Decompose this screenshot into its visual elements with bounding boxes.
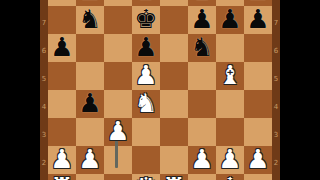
rank-label-right-2: 2 bbox=[272, 149, 280, 177]
rank-label-right-6: 6 bbox=[272, 37, 280, 65]
square-g7[interactable]: ♟ bbox=[216, 6, 244, 34]
square-f3[interactable] bbox=[188, 118, 216, 146]
square-e1[interactable]: ♜ bbox=[160, 174, 188, 180]
square-c5[interactable] bbox=[104, 62, 132, 90]
square-a2[interactable]: ♟ bbox=[48, 146, 76, 174]
square-e4[interactable] bbox=[160, 90, 188, 118]
piece-white-pawn-g2[interactable]: ♟ bbox=[218, 145, 241, 173]
rank-label-right-8: 8 bbox=[272, 0, 280, 9]
square-e3[interactable] bbox=[160, 118, 188, 146]
square-c6[interactable] bbox=[104, 34, 132, 62]
piece-white-pawn-h2[interactable]: ♟ bbox=[246, 145, 269, 173]
square-a6[interactable]: ♟ bbox=[48, 34, 76, 62]
square-d3[interactable] bbox=[132, 118, 160, 146]
letterbox-right bbox=[280, 0, 320, 180]
rank-label-left-5: 5 bbox=[40, 65, 48, 93]
square-g6[interactable] bbox=[216, 34, 244, 62]
square-d1[interactable]: ♛ bbox=[132, 174, 160, 180]
square-b7[interactable]: ♞ bbox=[76, 6, 104, 34]
rank-label-left-4: 4 bbox=[40, 93, 48, 121]
square-b3[interactable] bbox=[76, 118, 104, 146]
piece-white-pawn-a2[interactable]: ♟ bbox=[50, 145, 73, 173]
square-h4[interactable] bbox=[244, 90, 272, 118]
square-g5[interactable]: ♝ bbox=[216, 62, 244, 90]
piece-white-knight-d4[interactable]: ♞ bbox=[134, 89, 157, 117]
piece-black-pawn-a6[interactable]: ♟ bbox=[50, 33, 73, 61]
square-c4[interactable] bbox=[104, 90, 132, 118]
square-d5[interactable]: ♟ bbox=[132, 62, 160, 90]
square-e5[interactable] bbox=[160, 62, 188, 90]
piece-black-pawn-h7[interactable]: ♟ bbox=[246, 5, 269, 33]
piece-black-pawn-d6[interactable]: ♟ bbox=[134, 33, 157, 61]
rank-label-right-7: 7 bbox=[272, 9, 280, 37]
rank-label-left-3: 3 bbox=[40, 121, 48, 149]
rank-label-left-8: 8 bbox=[40, 0, 48, 9]
piece-white-queen-d1[interactable]: ♛ bbox=[134, 173, 157, 180]
rank-label-right-1: 1 bbox=[272, 177, 280, 180]
piece-white-rook-a1[interactable]: ♜ bbox=[50, 173, 73, 180]
square-f2[interactable]: ♟ bbox=[188, 146, 216, 174]
piece-white-bishop-g5[interactable]: ♝ bbox=[218, 61, 241, 89]
square-d2[interactable] bbox=[132, 146, 160, 174]
piece-black-king-d7[interactable]: ♚ bbox=[134, 5, 157, 33]
chess-screenshot: ♜♛♝♜♞♚♟♟♟♟♟♞♟♝♟♞♟♟♟♟♟♟♜♛♜♚ 8877665544332… bbox=[0, 0, 320, 180]
square-b2[interactable]: ♟ bbox=[76, 146, 104, 174]
square-e7[interactable] bbox=[160, 6, 188, 34]
square-g2[interactable]: ♟ bbox=[216, 146, 244, 174]
square-f4[interactable] bbox=[188, 90, 216, 118]
square-c7[interactable] bbox=[104, 6, 132, 34]
rank-label-right-5: 5 bbox=[272, 65, 280, 93]
square-e6[interactable] bbox=[160, 34, 188, 62]
square-f6[interactable]: ♞ bbox=[188, 34, 216, 62]
square-f1[interactable] bbox=[188, 174, 216, 180]
piece-black-pawn-f7[interactable]: ♟ bbox=[190, 5, 213, 33]
piece-black-knight-f6[interactable]: ♞ bbox=[190, 33, 213, 61]
square-d4[interactable]: ♞ bbox=[132, 90, 160, 118]
square-a1[interactable]: ♜ bbox=[48, 174, 76, 180]
square-g1[interactable]: ♚ bbox=[216, 174, 244, 180]
square-g3[interactable] bbox=[216, 118, 244, 146]
square-h5[interactable] bbox=[244, 62, 272, 90]
rank-label-left-1: 1 bbox=[40, 177, 48, 180]
square-h1[interactable] bbox=[244, 174, 272, 180]
square-a7[interactable] bbox=[48, 6, 76, 34]
square-b5[interactable] bbox=[76, 62, 104, 90]
square-f7[interactable]: ♟ bbox=[188, 6, 216, 34]
square-b6[interactable] bbox=[76, 34, 104, 62]
square-d6[interactable]: ♟ bbox=[132, 34, 160, 62]
rank-label-right-4: 4 bbox=[272, 93, 280, 121]
square-h3[interactable] bbox=[244, 118, 272, 146]
square-c1[interactable] bbox=[104, 174, 132, 180]
piece-white-pawn-d5[interactable]: ♟ bbox=[134, 61, 157, 89]
piece-black-knight-b7[interactable]: ♞ bbox=[78, 5, 101, 33]
letterbox-left bbox=[0, 0, 40, 180]
piece-white-rook-e1[interactable]: ♜ bbox=[162, 173, 185, 180]
square-f5[interactable] bbox=[188, 62, 216, 90]
piece-black-pawn-b4[interactable]: ♟ bbox=[78, 89, 101, 117]
piece-white-king-g1[interactable]: ♚ bbox=[218, 173, 241, 180]
square-b1[interactable] bbox=[76, 174, 104, 180]
square-d7[interactable]: ♚ bbox=[132, 6, 160, 34]
square-h2[interactable]: ♟ bbox=[244, 146, 272, 174]
square-a3[interactable] bbox=[48, 118, 76, 146]
rank-label-left-6: 6 bbox=[40, 37, 48, 65]
rank-label-right-3: 3 bbox=[272, 121, 280, 149]
piece-white-pawn-c3[interactable]: ♟ bbox=[106, 117, 129, 145]
square-c2[interactable] bbox=[104, 146, 132, 174]
square-a4[interactable] bbox=[48, 90, 76, 118]
square-c3[interactable]: ♟ bbox=[104, 118, 132, 146]
square-e2[interactable] bbox=[160, 146, 188, 174]
square-g4[interactable] bbox=[216, 90, 244, 118]
square-b4[interactable]: ♟ bbox=[76, 90, 104, 118]
piece-white-pawn-f2[interactable]: ♟ bbox=[190, 145, 213, 173]
square-a5[interactable] bbox=[48, 62, 76, 90]
piece-white-pawn-b2[interactable]: ♟ bbox=[78, 145, 101, 173]
square-h7[interactable]: ♟ bbox=[244, 6, 272, 34]
rank-label-left-2: 2 bbox=[40, 149, 48, 177]
piece-black-pawn-g7[interactable]: ♟ bbox=[218, 5, 241, 33]
board-grid: ♜♛♝♜♞♚♟♟♟♟♟♞♟♝♟♞♟♟♟♟♟♟♜♛♜♚ bbox=[48, 0, 272, 180]
chess-board: ♜♛♝♜♞♚♟♟♟♟♟♞♟♝♟♞♟♟♟♟♟♟♜♛♜♚ 8877665544332… bbox=[40, 0, 280, 180]
square-h6[interactable] bbox=[244, 34, 272, 62]
rank-label-left-7: 7 bbox=[40, 9, 48, 37]
